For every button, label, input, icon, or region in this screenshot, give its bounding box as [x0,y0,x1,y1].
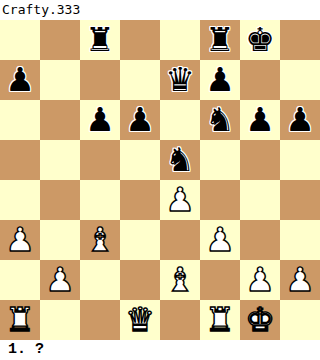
square-b2[interactable]: ♟ [40,260,80,300]
chess-board: ♜♜♚♟♛♟♟♟♞♟♟♞♟♟♝♟♟♝♟♟♜♛♜♚ [0,20,320,340]
square-d2[interactable] [120,260,160,300]
square-d6[interactable]: ♟ [120,100,160,140]
square-g8[interactable]: ♚ [240,20,280,60]
square-g4[interactable] [240,180,280,220]
piece-white-queen: ♛ [125,300,155,340]
square-f6[interactable]: ♞ [200,100,240,140]
square-f4[interactable] [200,180,240,220]
square-e4[interactable]: ♟ [160,180,200,220]
square-h1[interactable] [280,300,320,340]
square-a8[interactable] [0,20,40,60]
square-a5[interactable] [0,140,40,180]
square-e8[interactable] [160,20,200,60]
square-f5[interactable] [200,140,240,180]
piece-black-pawn: ♟ [125,100,155,140]
square-f3[interactable]: ♟ [200,220,240,260]
piece-white-pawn: ♟ [205,220,235,260]
piece-black-king: ♚ [245,20,275,60]
square-b6[interactable] [40,100,80,140]
piece-black-queen: ♛ [165,60,195,100]
square-f7[interactable]: ♟ [200,60,240,100]
square-f2[interactable] [200,260,240,300]
piece-white-rook: ♜ [205,300,235,340]
square-b8[interactable] [40,20,80,60]
square-a3[interactable]: ♟ [0,220,40,260]
square-c1[interactable] [80,300,120,340]
square-g2[interactable]: ♟ [240,260,280,300]
piece-white-bishop: ♝ [165,260,195,300]
square-h4[interactable] [280,180,320,220]
piece-white-pawn: ♟ [165,180,195,220]
square-b1[interactable] [40,300,80,340]
piece-black-pawn: ♟ [85,100,115,140]
piece-white-pawn: ♟ [245,260,275,300]
piece-white-pawn: ♟ [45,260,75,300]
piece-black-pawn: ♟ [5,60,35,100]
square-c6[interactable]: ♟ [80,100,120,140]
piece-white-king: ♚ [245,300,275,340]
square-e1[interactable] [160,300,200,340]
square-c7[interactable] [80,60,120,100]
square-a4[interactable] [0,180,40,220]
window-title: Crafty.333 [0,0,320,20]
square-g7[interactable] [240,60,280,100]
square-e2[interactable]: ♝ [160,260,200,300]
square-d5[interactable] [120,140,160,180]
square-a1[interactable]: ♜ [0,300,40,340]
square-e7[interactable]: ♛ [160,60,200,100]
square-d1[interactable]: ♛ [120,300,160,340]
piece-black-rook: ♜ [205,20,235,60]
square-c8[interactable]: ♜ [80,20,120,60]
square-b7[interactable] [40,60,80,100]
piece-black-knight: ♞ [165,140,195,180]
square-g6[interactable]: ♟ [240,100,280,140]
square-h5[interactable] [280,140,320,180]
square-c5[interactable] [80,140,120,180]
square-e6[interactable] [160,100,200,140]
square-h7[interactable] [280,60,320,100]
square-c2[interactable] [80,260,120,300]
square-g3[interactable] [240,220,280,260]
square-g5[interactable] [240,140,280,180]
piece-black-knight: ♞ [205,100,235,140]
square-h6[interactable]: ♟ [280,100,320,140]
square-b5[interactable] [40,140,80,180]
square-a2[interactable] [0,260,40,300]
square-h8[interactable] [280,20,320,60]
square-h3[interactable] [280,220,320,260]
piece-black-rook: ♜ [85,20,115,60]
square-c4[interactable] [80,180,120,220]
square-b4[interactable] [40,180,80,220]
square-h2[interactable]: ♟ [280,260,320,300]
square-e3[interactable] [160,220,200,260]
piece-black-pawn: ♟ [285,100,315,140]
square-b3[interactable] [40,220,80,260]
piece-white-pawn: ♟ [285,260,315,300]
square-c3[interactable]: ♝ [80,220,120,260]
square-f8[interactable]: ♜ [200,20,240,60]
piece-black-pawn: ♟ [245,100,275,140]
square-g1[interactable]: ♚ [240,300,280,340]
piece-white-pawn: ♟ [5,220,35,260]
piece-black-pawn: ♟ [205,60,235,100]
square-a6[interactable] [0,100,40,140]
piece-white-bishop: ♝ [85,220,115,260]
piece-white-rook: ♜ [5,300,35,340]
square-f1[interactable]: ♜ [200,300,240,340]
move-prompt: 1. ? [0,340,320,360]
square-d3[interactable] [120,220,160,260]
square-e5[interactable]: ♞ [160,140,200,180]
square-d8[interactable] [120,20,160,60]
square-d7[interactable] [120,60,160,100]
square-d4[interactable] [120,180,160,220]
square-a7[interactable]: ♟ [0,60,40,100]
